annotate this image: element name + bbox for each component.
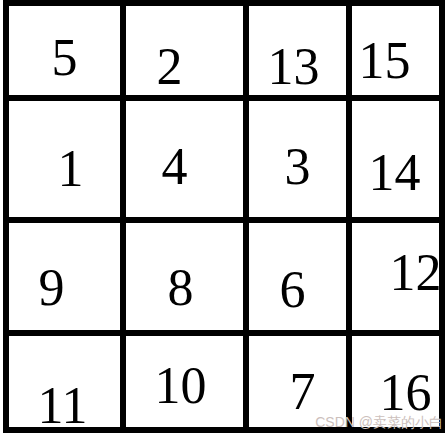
cell-r4c1: 11 [9,336,120,427]
cell-number: 16 [380,367,432,419]
cell-r3c2: 8 [126,223,243,330]
cell-r1c4: 15 [352,6,439,95]
cell-r4c2: 10 [126,336,243,427]
cell-number: 15 [359,35,411,87]
cell-number: 9 [39,262,65,314]
cell-number: 12 [390,247,442,299]
cell-r1c1: 5 [9,6,120,95]
cell-r3c1: 9 [9,223,120,330]
cell-number: 5 [52,32,78,84]
cell-r1c3: 13 [249,6,346,95]
cell-r2c1: 1 [9,101,120,217]
cell-number: 11 [37,380,87,432]
cell-number: 6 [280,264,306,316]
cell-r2c4: 14 [352,101,439,217]
cell-number: 1 [58,143,84,195]
cell-number: 7 [290,366,316,418]
cell-r2c3: 3 [249,101,346,217]
cell-number: 13 [268,41,320,93]
csdn-watermark: CSDN @卖菜的小白 [315,414,443,431]
puzzle-board: 52131514314986121110716 [3,0,445,433]
cell-r1c2: 2 [126,6,243,95]
cell-number: 4 [162,141,188,193]
cell-number: 8 [168,262,194,314]
cell-r2c2: 4 [126,101,243,217]
cell-r3c4: 12 [352,223,439,330]
cell-r3c3: 6 [249,223,346,330]
cell-number: 2 [157,41,183,93]
cell-number: 14 [369,147,421,199]
cell-number: 10 [155,360,207,412]
cell-number: 3 [285,141,311,193]
